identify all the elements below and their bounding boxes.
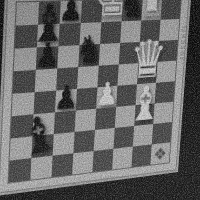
square-h8[interactable] bbox=[161, 0, 181, 20]
square-b1[interactable] bbox=[30, 156, 52, 180]
square-c1[interactable] bbox=[51, 153, 73, 177]
square-d1[interactable] bbox=[72, 151, 93, 174]
square-d3[interactable] bbox=[75, 109, 97, 132]
square-f2[interactable] bbox=[113, 126, 134, 149]
square-d2[interactable] bbox=[73, 130, 95, 153]
square-b2[interactable]: ♝ bbox=[31, 134, 53, 158]
chess-board: Quasar a b c d e f g h ♟♚♞♜♝♟♞♛♟♟♝♝❖ bbox=[0, 0, 192, 196]
square-a1[interactable] bbox=[9, 158, 32, 182]
square-e3[interactable] bbox=[95, 107, 116, 130]
square-g8[interactable]: ♜ bbox=[141, 0, 162, 21]
square-h3[interactable] bbox=[153, 102, 173, 124]
square-g2[interactable] bbox=[133, 124, 153, 147]
board-grid: ♟♚♞♜♝♟♞♛♟♟♝♝❖ bbox=[9, 0, 181, 182]
square-d6[interactable]: ♞ bbox=[78, 44, 100, 67]
square-a5[interactable] bbox=[13, 70, 36, 94]
square-g1[interactable] bbox=[131, 144, 151, 167]
chessboard-photo: Quasar a b c d e f g h ♟♚♞♜♝♟♞♛♟♟♝♝❖ bbox=[0, 0, 200, 200]
square-c4[interactable]: ♟ bbox=[55, 89, 77, 113]
board-edge-text: Quasar bbox=[178, 26, 188, 62]
square-e2[interactable] bbox=[94, 128, 115, 151]
square-g3[interactable]: ♝ bbox=[134, 103, 154, 125]
square-e4[interactable]: ♟ bbox=[96, 86, 117, 109]
square-h2[interactable] bbox=[152, 122, 172, 144]
corner-emblem: ❖ bbox=[153, 143, 168, 164]
square-h1[interactable]: ❖ bbox=[150, 142, 170, 164]
square-f1[interactable] bbox=[112, 147, 133, 170]
square-e1[interactable] bbox=[92, 149, 113, 172]
square-e6[interactable] bbox=[99, 43, 120, 66]
square-b6[interactable]: ♟ bbox=[36, 46, 59, 70]
square-c2[interactable] bbox=[53, 132, 75, 156]
